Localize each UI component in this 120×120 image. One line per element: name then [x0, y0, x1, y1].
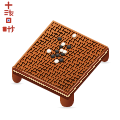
black-stone[interactable]	[66, 44, 72, 49]
watermark-char-duan	[5, 10, 13, 16]
brand-watermark	[2, 1, 16, 34]
star-point	[72, 41, 74, 42]
watermark-seal	[6, 18, 11, 23]
board-top	[13, 20, 108, 93]
star-point	[64, 79, 66, 80]
white-stone[interactable]	[53, 59, 59, 64]
black-stone[interactable]	[56, 36, 62, 41]
star-point	[47, 70, 49, 71]
star-point	[30, 62, 32, 63]
star-point	[42, 48, 44, 49]
watermark-char-ping	[8, 26, 15, 32]
watermark-bottom-seal	[3, 27, 7, 32]
watermark-char-shi	[5, 2, 11, 8]
star-point	[89, 50, 91, 51]
star-point	[60, 56, 62, 57]
white-stone[interactable]	[46, 49, 52, 54]
star-point	[55, 33, 57, 34]
product-photo	[0, 0, 120, 120]
white-stone[interactable]	[71, 33, 77, 38]
star-point	[77, 64, 79, 65]
black-stone[interactable]	[50, 54, 56, 59]
